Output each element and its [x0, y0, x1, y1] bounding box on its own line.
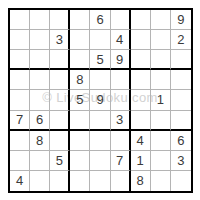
cell-r1c4[interactable] — [70, 10, 90, 30]
cell-r5c3[interactable] — [50, 90, 70, 110]
given-cell-r6c6[interactable]: 3 — [111, 111, 131, 131]
sudoku-board: 69342598591763846571348 — [8, 8, 193, 193]
given-cell-r1c5[interactable]: 6 — [90, 10, 110, 30]
given-cell-r8c3[interactable]: 5 — [50, 151, 70, 171]
given-cell-r7c7[interactable]: 4 — [131, 131, 151, 151]
cell-r2c1[interactable] — [10, 30, 30, 50]
cell-r4c3[interactable] — [50, 70, 70, 90]
cell-r5c7[interactable] — [131, 90, 151, 110]
cell-r8c1[interactable] — [10, 151, 30, 171]
sudoku-page: © LiveSudoku.com 69342598591763846571348 — [0, 0, 200, 200]
cell-r2c5[interactable] — [90, 30, 110, 50]
cell-r3c7[interactable] — [131, 50, 151, 70]
cell-r1c8[interactable] — [151, 10, 171, 30]
cell-r6c5[interactable] — [90, 111, 110, 131]
cell-r9c4[interactable] — [70, 171, 90, 191]
cell-r7c3[interactable] — [50, 131, 70, 151]
cell-r3c4[interactable] — [70, 50, 90, 70]
given-cell-r9c1[interactable]: 4 — [10, 171, 30, 191]
given-cell-r6c2[interactable]: 6 — [30, 111, 50, 131]
cell-r5c1[interactable] — [10, 90, 30, 110]
given-cell-r5c8[interactable]: 1 — [151, 90, 171, 110]
cell-r6c3[interactable] — [50, 111, 70, 131]
cell-r8c8[interactable] — [151, 151, 171, 171]
cell-r1c7[interactable] — [131, 10, 151, 30]
given-cell-r7c2[interactable]: 8 — [30, 131, 50, 151]
cell-r1c6[interactable] — [111, 10, 131, 30]
cell-r4c8[interactable] — [151, 70, 171, 90]
cell-r3c3[interactable] — [50, 50, 70, 70]
cell-r4c5[interactable] — [90, 70, 110, 90]
cell-r9c8[interactable] — [151, 171, 171, 191]
cell-r3c1[interactable] — [10, 50, 30, 70]
given-cell-r8c9[interactable]: 3 — [171, 151, 191, 171]
cell-r9c2[interactable] — [30, 171, 50, 191]
cell-r5c6[interactable] — [111, 90, 131, 110]
cell-r9c6[interactable] — [111, 171, 131, 191]
cell-r7c6[interactable] — [111, 131, 131, 151]
given-cell-r2c9[interactable]: 2 — [171, 30, 191, 50]
given-cell-r3c6[interactable]: 9 — [111, 50, 131, 70]
cell-r9c9[interactable] — [171, 171, 191, 191]
cell-r4c9[interactable] — [171, 70, 191, 90]
cell-r6c8[interactable] — [151, 111, 171, 131]
given-cell-r3c5[interactable]: 5 — [90, 50, 110, 70]
cell-r4c6[interactable] — [111, 70, 131, 90]
cell-r2c2[interactable] — [30, 30, 50, 50]
cell-r2c7[interactable] — [131, 30, 151, 50]
cell-r8c2[interactable] — [30, 151, 50, 171]
given-cell-r5c4[interactable]: 5 — [70, 90, 90, 110]
cell-r7c1[interactable] — [10, 131, 30, 151]
cell-r4c2[interactable] — [30, 70, 50, 90]
given-cell-r7c9[interactable]: 6 — [171, 131, 191, 151]
cell-r7c5[interactable] — [90, 131, 110, 151]
cell-r8c5[interactable] — [90, 151, 110, 171]
cell-r2c4[interactable] — [70, 30, 90, 50]
cell-r3c8[interactable] — [151, 50, 171, 70]
cell-r7c8[interactable] — [151, 131, 171, 151]
cell-r5c9[interactable] — [171, 90, 191, 110]
given-cell-r6c1[interactable]: 7 — [10, 111, 30, 131]
cell-r6c9[interactable] — [171, 111, 191, 131]
cell-r6c7[interactable] — [131, 111, 151, 131]
cell-r8c4[interactable] — [70, 151, 90, 171]
cell-r2c8[interactable] — [151, 30, 171, 50]
given-cell-r2c6[interactable]: 4 — [111, 30, 131, 50]
given-cell-r8c6[interactable]: 7 — [111, 151, 131, 171]
given-cell-r5c5[interactable]: 9 — [90, 90, 110, 110]
cell-r7c4[interactable] — [70, 131, 90, 151]
cell-r9c3[interactable] — [50, 171, 70, 191]
cell-r1c1[interactable] — [10, 10, 30, 30]
cell-r4c7[interactable] — [131, 70, 151, 90]
cell-r3c9[interactable] — [171, 50, 191, 70]
cell-r6c4[interactable] — [70, 111, 90, 131]
cell-r4c1[interactable] — [10, 70, 30, 90]
cell-r1c2[interactable] — [30, 10, 50, 30]
cell-r1c3[interactable] — [50, 10, 70, 30]
given-cell-r4c4[interactable]: 8 — [70, 70, 90, 90]
cell-r3c2[interactable] — [30, 50, 50, 70]
cell-r5c2[interactable] — [30, 90, 50, 110]
cell-r9c5[interactable] — [90, 171, 110, 191]
given-cell-r1c9[interactable]: 9 — [171, 10, 191, 30]
given-cell-r9c7[interactable]: 8 — [131, 171, 151, 191]
given-cell-r2c3[interactable]: 3 — [50, 30, 70, 50]
given-cell-r8c7[interactable]: 1 — [131, 151, 151, 171]
